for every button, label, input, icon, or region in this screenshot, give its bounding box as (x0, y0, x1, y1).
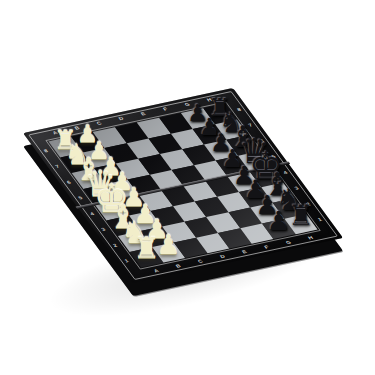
chess-set-photo: AA88BB77CC66DD55EE44FF33GG22HH11 ♜♟♟♜♞♟♟… (0, 0, 375, 375)
